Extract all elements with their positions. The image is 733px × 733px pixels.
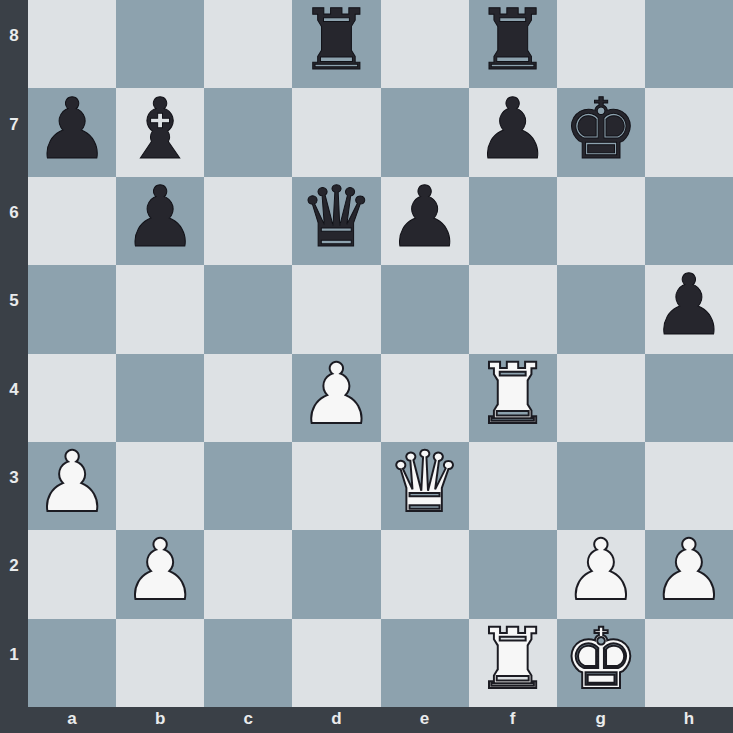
square-e4[interactable] (381, 354, 469, 442)
white-pawn-h2[interactable]: ♟ (651, 530, 726, 612)
black-king-g7[interactable]: ♚ (563, 88, 638, 170)
square-a6[interactable] (28, 177, 116, 265)
square-h8[interactable] (645, 0, 733, 88)
file-label-h: h (645, 707, 733, 733)
square-g1[interactable]: ♚ (557, 619, 645, 707)
square-d2[interactable] (292, 530, 380, 618)
square-b8[interactable] (116, 0, 204, 88)
white-pawn-d4[interactable]: ♟ (299, 354, 374, 436)
file-label-a: a (28, 707, 116, 733)
file-label-g: g (557, 707, 645, 733)
square-e3[interactable]: ♛ (381, 442, 469, 530)
black-rook-d8[interactable]: ♜ (299, 0, 374, 82)
black-pawn-h5[interactable]: ♟ (651, 265, 726, 347)
square-a7[interactable]: ♟ (28, 88, 116, 176)
rank-label-text: 4 (9, 380, 18, 400)
square-c2[interactable] (204, 530, 292, 618)
square-c4[interactable] (204, 354, 292, 442)
rank-label-text: 7 (9, 115, 18, 135)
square-g2[interactable]: ♟ (557, 530, 645, 618)
square-a1[interactable] (28, 619, 116, 707)
chess-board: 8♜♜7♟♝♟♚6♟♛♟5♟4♟♜3♟♛2♟♟♟1♜♚abcdefgh (0, 0, 733, 733)
black-pawn-f7[interactable]: ♟ (475, 88, 550, 170)
square-d1[interactable] (292, 619, 380, 707)
rank-label-6: 6 (0, 177, 28, 265)
file-label-text: f (510, 709, 516, 729)
square-f5[interactable] (469, 265, 557, 353)
square-h5[interactable]: ♟ (645, 265, 733, 353)
square-f4[interactable]: ♜ (469, 354, 557, 442)
black-bishop-b7[interactable]: ♝ (123, 88, 198, 170)
white-queen-e3[interactable]: ♛ (387, 442, 462, 524)
square-c1[interactable] (204, 619, 292, 707)
black-pawn-a7[interactable]: ♟ (34, 88, 109, 170)
square-a2[interactable] (28, 530, 116, 618)
square-e8[interactable] (381, 0, 469, 88)
square-a3[interactable]: ♟ (28, 442, 116, 530)
white-pawn-b2[interactable]: ♟ (123, 530, 198, 612)
file-label-text: e (420, 709, 429, 729)
file-label-text: h (684, 709, 694, 729)
square-f2[interactable] (469, 530, 557, 618)
square-d6[interactable]: ♛ (292, 177, 380, 265)
square-h7[interactable] (645, 88, 733, 176)
square-f6[interactable] (469, 177, 557, 265)
square-b6[interactable]: ♟ (116, 177, 204, 265)
square-a8[interactable] (28, 0, 116, 88)
white-rook-f1[interactable]: ♜ (475, 619, 550, 701)
square-g4[interactable] (557, 354, 645, 442)
square-g7[interactable]: ♚ (557, 88, 645, 176)
square-b5[interactable] (116, 265, 204, 353)
rank-label-1: 1 (0, 619, 28, 707)
rank-label-text: 6 (9, 203, 18, 223)
white-king-g1[interactable]: ♚ (563, 619, 638, 701)
white-pawn-g2[interactable]: ♟ (563, 530, 638, 612)
square-f8[interactable]: ♜ (469, 0, 557, 88)
square-h6[interactable] (645, 177, 733, 265)
chess-board-screenshot: 8♜♜7♟♝♟♚6♟♛♟5♟4♟♜3♟♛2♟♟♟1♜♚abcdefgh (0, 0, 733, 733)
rank-label-text: 3 (9, 468, 18, 488)
black-pawn-b6[interactable]: ♟ (123, 177, 198, 259)
square-d3[interactable] (292, 442, 380, 530)
board-frame-corner (0, 707, 28, 733)
rank-label-text: 1 (9, 645, 18, 665)
file-label-f: f (469, 707, 557, 733)
square-a5[interactable] (28, 265, 116, 353)
square-e1[interactable] (381, 619, 469, 707)
file-label-d: d (292, 707, 380, 733)
square-g8[interactable] (557, 0, 645, 88)
square-e2[interactable] (381, 530, 469, 618)
square-e5[interactable] (381, 265, 469, 353)
file-label-text: g (596, 709, 606, 729)
square-c7[interactable] (204, 88, 292, 176)
square-c5[interactable] (204, 265, 292, 353)
square-h2[interactable]: ♟ (645, 530, 733, 618)
rank-label-4: 4 (0, 354, 28, 442)
file-label-text: b (155, 709, 165, 729)
black-queen-d6[interactable]: ♛ (299, 177, 374, 259)
square-b4[interactable] (116, 354, 204, 442)
square-h4[interactable] (645, 354, 733, 442)
square-b2[interactable]: ♟ (116, 530, 204, 618)
white-rook-f4[interactable]: ♜ (475, 354, 550, 436)
square-a4[interactable] (28, 354, 116, 442)
square-d8[interactable]: ♜ (292, 0, 380, 88)
square-e7[interactable] (381, 88, 469, 176)
square-d4[interactable]: ♟ (292, 354, 380, 442)
square-e6[interactable]: ♟ (381, 177, 469, 265)
file-label-c: c (204, 707, 292, 733)
rank-label-text: 8 (9, 26, 18, 46)
black-rook-f8[interactable]: ♜ (475, 0, 550, 82)
rank-label-2: 2 (0, 530, 28, 618)
square-f7[interactable]: ♟ (469, 88, 557, 176)
rank-label-7: 7 (0, 88, 28, 176)
square-d5[interactable] (292, 265, 380, 353)
rank-label-3: 3 (0, 442, 28, 530)
square-c3[interactable] (204, 442, 292, 530)
square-b1[interactable] (116, 619, 204, 707)
square-b7[interactable]: ♝ (116, 88, 204, 176)
square-h3[interactable] (645, 442, 733, 530)
file-label-text: a (67, 709, 76, 729)
square-c6[interactable] (204, 177, 292, 265)
rank-label-5: 5 (0, 265, 28, 353)
square-g6[interactable] (557, 177, 645, 265)
file-label-text: c (244, 709, 253, 729)
file-label-text: d (331, 709, 341, 729)
file-label-e: e (381, 707, 469, 733)
square-f3[interactable] (469, 442, 557, 530)
square-g5[interactable] (557, 265, 645, 353)
square-d7[interactable] (292, 88, 380, 176)
black-pawn-e6[interactable]: ♟ (387, 177, 462, 259)
rank-label-8: 8 (0, 0, 28, 88)
square-c8[interactable] (204, 0, 292, 88)
rank-label-text: 2 (9, 556, 18, 576)
square-h1[interactable] (645, 619, 733, 707)
white-pawn-a3[interactable]: ♟ (34, 442, 109, 524)
square-g3[interactable] (557, 442, 645, 530)
square-f1[interactable]: ♜ (469, 619, 557, 707)
rank-label-text: 5 (9, 291, 18, 311)
square-b3[interactable] (116, 442, 204, 530)
file-label-b: b (116, 707, 204, 733)
